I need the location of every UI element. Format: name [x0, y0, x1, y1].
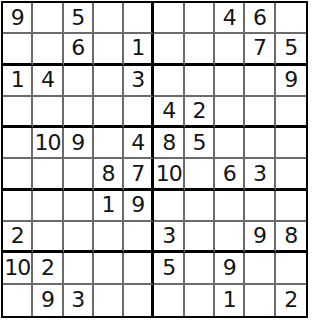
- given-digit: 4: [131, 132, 144, 154]
- cell-r3c4[interactable]: [94, 66, 124, 97]
- given-digit: 10: [156, 163, 182, 185]
- cell-r8c10: 8: [276, 222, 306, 253]
- given-digit: 10: [4, 257, 30, 279]
- cell-r8c9: 9: [245, 222, 275, 253]
- cell-r5c3: 9: [64, 128, 94, 159]
- cell-r3c7[interactable]: [185, 66, 215, 97]
- cell-r2c6[interactable]: [154, 34, 184, 65]
- given-digit: 9: [11, 7, 24, 29]
- given-digit: 9: [131, 194, 144, 216]
- given-digit: 6: [71, 37, 84, 59]
- given-digit: 9: [284, 69, 297, 91]
- cell-r10c3: 3: [64, 285, 94, 316]
- given-digit: 3: [162, 225, 175, 247]
- cell-r10c2: 9: [33, 285, 63, 316]
- given-digit: 3: [131, 69, 144, 91]
- cell-r7c4: 1: [94, 191, 124, 222]
- cell-r3c1: 1: [3, 66, 33, 97]
- cell-r3c8[interactable]: [215, 66, 245, 97]
- cell-r9c9[interactable]: [245, 253, 275, 284]
- cell-r7c3[interactable]: [64, 191, 94, 222]
- given-digit: 5: [284, 37, 297, 59]
- cell-r1c4[interactable]: [94, 3, 124, 34]
- given-digit: 5: [71, 7, 84, 29]
- cell-r10c6[interactable]: [154, 285, 184, 316]
- cell-r1c7[interactable]: [185, 3, 215, 34]
- cell-r3c3[interactable]: [64, 66, 94, 97]
- cell-r5c10[interactable]: [276, 128, 306, 159]
- cell-r9c3[interactable]: [64, 253, 94, 284]
- given-digit: 3: [71, 289, 84, 311]
- cell-r7c10[interactable]: [276, 191, 306, 222]
- cell-r6c7[interactable]: [185, 159, 215, 190]
- cell-r7c9[interactable]: [245, 191, 275, 222]
- cell-r4c7: 2: [185, 97, 215, 128]
- cell-r2c1[interactable]: [3, 34, 33, 65]
- cell-r9c5[interactable]: [124, 253, 154, 284]
- cell-r9c1: 10: [3, 253, 33, 284]
- cell-r7c8[interactable]: [215, 191, 245, 222]
- given-digit: 5: [162, 257, 175, 279]
- given-digit: 8: [284, 225, 297, 247]
- cell-r8c1: 2: [3, 222, 33, 253]
- cell-r2c9: 7: [245, 34, 275, 65]
- given-digit: 8: [162, 132, 175, 154]
- cell-r4c2[interactable]: [33, 97, 63, 128]
- cell-r6c1[interactable]: [3, 159, 33, 190]
- cell-r6c10[interactable]: [276, 159, 306, 190]
- cell-r8c4[interactable]: [94, 222, 124, 253]
- cell-r3c5: 3: [124, 66, 154, 97]
- given-digit: 6: [253, 7, 266, 29]
- cell-r7c6[interactable]: [154, 191, 184, 222]
- cell-r6c4: 8: [94, 159, 124, 190]
- given-digit: 9: [71, 132, 84, 154]
- cell-r4c8[interactable]: [215, 97, 245, 128]
- cell-r9c6: 5: [154, 253, 184, 284]
- cell-r4c4[interactable]: [94, 97, 124, 128]
- cell-r5c9[interactable]: [245, 128, 275, 159]
- cell-r10c1[interactable]: [3, 285, 33, 316]
- cell-r6c5: 7: [124, 159, 154, 190]
- cell-r4c3[interactable]: [64, 97, 94, 128]
- cell-r8c6: 3: [154, 222, 184, 253]
- given-digit: 2: [284, 289, 297, 311]
- cell-r1c5[interactable]: [124, 3, 154, 34]
- cell-r10c8: 1: [215, 285, 245, 316]
- cell-r4c1[interactable]: [3, 97, 33, 128]
- cell-r1c9: 6: [245, 3, 275, 34]
- cell-r6c6: 10: [154, 159, 184, 190]
- cell-r10c9[interactable]: [245, 285, 275, 316]
- cell-r9c2: 2: [33, 253, 63, 284]
- given-digit: 3: [253, 163, 266, 185]
- cell-r8c8[interactable]: [215, 222, 245, 253]
- given-digit: 4: [162, 100, 175, 122]
- cell-r2c7[interactable]: [185, 34, 215, 65]
- page: 9546617514394210948587106319239810259931…: [0, 0, 312, 320]
- cell-r5c6: 8: [154, 128, 184, 159]
- cell-r6c2[interactable]: [33, 159, 63, 190]
- cell-r1c6[interactable]: [154, 3, 184, 34]
- cell-r3c10: 9: [276, 66, 306, 97]
- cell-r2c5: 1: [124, 34, 154, 65]
- cell-r3c9[interactable]: [245, 66, 275, 97]
- given-digit: 1: [102, 194, 115, 216]
- given-digit: 6: [223, 163, 236, 185]
- sudoku-board: 9546617514394210948587106319239810259931…: [1, 1, 308, 318]
- cell-r5c7: 5: [185, 128, 215, 159]
- given-digit: 9: [41, 289, 54, 311]
- cell-r4c6: 4: [154, 97, 184, 128]
- cell-r5c4[interactable]: [94, 128, 124, 159]
- cell-r7c2[interactable]: [33, 191, 63, 222]
- cell-r8c7[interactable]: [185, 222, 215, 253]
- cell-r9c7[interactable]: [185, 253, 215, 284]
- cell-r6c8: 6: [215, 159, 245, 190]
- cell-r3c6[interactable]: [154, 66, 184, 97]
- given-digit: 2: [192, 100, 205, 122]
- cell-r8c5[interactable]: [124, 222, 154, 253]
- given-digit: 8: [102, 163, 115, 185]
- cell-r1c3: 5: [64, 3, 94, 34]
- cell-r7c5: 9: [124, 191, 154, 222]
- given-digit: 7: [253, 37, 266, 59]
- cell-r10c5[interactable]: [124, 285, 154, 316]
- given-digit: 5: [192, 132, 205, 154]
- cell-r5c2: 10: [33, 128, 63, 159]
- given-digit: 1: [11, 69, 24, 91]
- cell-r1c2[interactable]: [33, 3, 63, 34]
- cell-r6c3[interactable]: [64, 159, 94, 190]
- cell-r10c4[interactable]: [94, 285, 124, 316]
- given-digit: 2: [11, 225, 24, 247]
- cell-r2c2[interactable]: [33, 34, 63, 65]
- cell-r5c5: 4: [124, 128, 154, 159]
- cell-r4c10[interactable]: [276, 97, 306, 128]
- given-digit: 1: [223, 289, 236, 311]
- given-digit: 10: [34, 132, 60, 154]
- cell-r2c4[interactable]: [94, 34, 124, 65]
- cell-r2c10: 5: [276, 34, 306, 65]
- cell-r7c1[interactable]: [3, 191, 33, 222]
- cell-r4c5[interactable]: [124, 97, 154, 128]
- given-digit: 4: [223, 7, 236, 29]
- given-digit: 1: [131, 37, 144, 59]
- cell-r2c3: 6: [64, 34, 94, 65]
- cell-r10c7[interactable]: [185, 285, 215, 316]
- cell-r9c4[interactable]: [94, 253, 124, 284]
- cell-r9c8: 9: [215, 253, 245, 284]
- given-digit: 2: [41, 257, 54, 279]
- cell-r3c2: 4: [33, 66, 63, 97]
- cell-r5c8[interactable]: [215, 128, 245, 159]
- cell-r2c8[interactable]: [215, 34, 245, 65]
- cell-r8c2[interactable]: [33, 222, 63, 253]
- given-digit: 7: [131, 163, 144, 185]
- cell-r8c3[interactable]: [64, 222, 94, 253]
- cell-r6c9: 3: [245, 159, 275, 190]
- given-digit: 9: [253, 225, 266, 247]
- cell-r4c9[interactable]: [245, 97, 275, 128]
- cell-r5c1[interactable]: [3, 128, 33, 159]
- given-digit: 4: [41, 69, 54, 91]
- cell-r10c10: 2: [276, 285, 306, 316]
- cell-r1c8: 4: [215, 3, 245, 34]
- cell-r9c10[interactable]: [276, 253, 306, 284]
- given-digit: 9: [223, 257, 236, 279]
- cell-r1c1: 9: [3, 3, 33, 34]
- cell-r1c10[interactable]: [276, 3, 306, 34]
- cell-r7c7[interactable]: [185, 191, 215, 222]
